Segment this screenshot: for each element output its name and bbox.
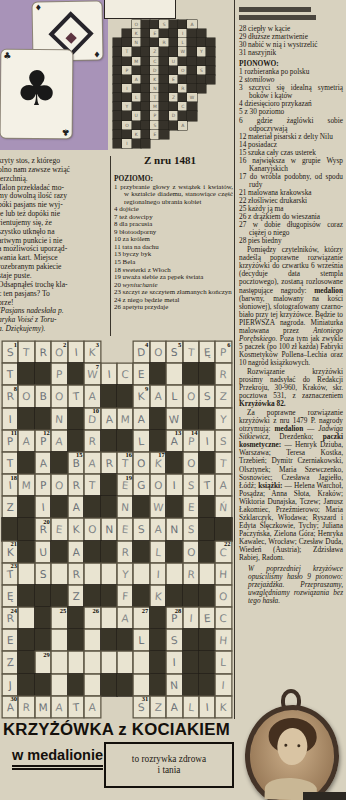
crossword-cell[interactable]: 2O [51, 341, 67, 363]
crossword-cell[interactable]: L [183, 696, 199, 718]
handwritten-letter: J [2, 673, 19, 697]
crossword-cell[interactable]: N [166, 674, 182, 696]
block-cell [101, 496, 117, 518]
crossword-cell[interactable]: 10D [84, 408, 100, 430]
crossword-cell[interactable]: 19E [117, 474, 133, 496]
crossword-cell[interactable]: Z [215, 385, 231, 407]
crossword-cell[interactable]: K [150, 585, 166, 607]
crossword-cell[interactable]: O [150, 474, 166, 496]
handwritten-letter: A [149, 385, 167, 409]
crossword-cell[interactable]: 3K [84, 341, 100, 363]
block-cell [199, 674, 215, 696]
crossword-cell[interactable]: P [35, 474, 51, 496]
crossword-cell[interactable]: S [133, 518, 149, 540]
handwritten-letter: B [67, 452, 84, 476]
mini-letter-cell: K [132, 130, 141, 139]
crossword-cell[interactable]: C [215, 607, 231, 629]
crossword-cell[interactable]: S [166, 629, 182, 651]
crossword-cell[interactable]: A [35, 452, 51, 474]
mini-void-cell [113, 20, 122, 29]
block-cell [51, 541, 67, 563]
crossword-cell[interactable]: L [133, 629, 149, 651]
handwritten-letter: A [50, 695, 68, 719]
handwritten-letter: N [116, 496, 134, 520]
crossword-cell[interactable]: H [215, 563, 231, 585]
crossword-cell[interactable]: Ę [2, 585, 18, 607]
crossword-cell[interactable] [166, 563, 182, 585]
mini-void-cell [197, 102, 206, 111]
mini-letter-cell: E [169, 75, 178, 84]
crossword-cell[interactable]: A [101, 408, 117, 430]
crossword-cell[interactable]: L [215, 651, 231, 673]
crossword-cell[interactable]: S [199, 385, 215, 407]
clue-number: 23 [114, 288, 121, 295]
handwritten-letter: P [215, 341, 233, 365]
handwritten-letter: A [100, 407, 118, 431]
crossword-cell[interactable]: O [133, 452, 149, 474]
crossword-cell[interactable]: T [215, 452, 231, 474]
handwritten-letter: M [116, 407, 134, 431]
handwritten-letter: O [133, 452, 150, 476]
crossword-cell[interactable]: T [18, 341, 34, 363]
block-cell [150, 629, 166, 651]
handwritten-letter: I [2, 407, 19, 431]
crossword-cell[interactable]: M [35, 696, 51, 718]
mini-block-cell [122, 57, 131, 66]
mini-block-cell [159, 75, 168, 84]
handwritten-letter: L [149, 540, 167, 564]
mini-block-cell [206, 75, 215, 84]
handwritten-letter: O [84, 518, 102, 542]
mini-void-cell [187, 130, 196, 139]
crossword-cell[interactable]: 1S [2, 341, 18, 363]
crossword-cell[interactable] [199, 563, 215, 585]
crossword-cell[interactable]: O [51, 385, 67, 407]
crossword-cell[interactable]: S [183, 518, 199, 540]
mini-letter-cell: M [132, 57, 141, 66]
crossword-cell[interactable]: Z [150, 696, 166, 718]
clue-item: 6 gdzie żaglówki sobie odpoczywają [239, 117, 343, 133]
crossword-cell[interactable]: A [68, 496, 84, 518]
crossword-cell[interactable]: I [183, 607, 199, 629]
handwritten-letter: T [18, 341, 36, 365]
crossword-cell[interactable]: 13A [166, 430, 182, 452]
block-cell [51, 496, 67, 518]
crossword-cell[interactable]: N [101, 518, 117, 540]
crossword-cell[interactable]: 12P [35, 430, 51, 452]
block-cell [150, 651, 166, 673]
crossword-cell[interactable] [18, 607, 34, 629]
mini-letter-cell: L [132, 93, 141, 102]
crossword-cell[interactable]: 26 [84, 607, 100, 629]
crossword-cell[interactable]: A [133, 408, 149, 430]
crossword-cell[interactable]: A [150, 385, 166, 407]
crossword-cell[interactable]: T [2, 363, 18, 385]
crossword-cell[interactable]: Y [117, 563, 133, 585]
handwritten-letter: K [67, 518, 85, 542]
handwritten-letter: E [133, 363, 150, 387]
handwritten-letter: E [2, 629, 19, 653]
mini-letter-cell: M [150, 102, 159, 111]
crossword-cell[interactable]: T [68, 385, 84, 407]
void-cell [101, 341, 117, 363]
crossword-cell[interactable] [84, 629, 100, 651]
mini-void-cell [187, 139, 196, 148]
crossword-cell[interactable]: 7W [84, 363, 100, 385]
handwritten-letter: T [116, 451, 134, 475]
crossword-cell[interactable]: A [117, 607, 133, 629]
mini-letter-cell: C [150, 57, 159, 66]
crossword-cell[interactable]: O [215, 585, 231, 607]
crossword-cell[interactable] [133, 563, 149, 585]
clue-text: szczyci się idealną symetrią boków i kąt… [243, 83, 343, 100]
crossword-cell[interactable]: C [117, 363, 133, 385]
handwritten-letter: T [67, 385, 85, 409]
mini-block-cell [197, 38, 206, 47]
block-cell [18, 496, 34, 518]
crossword-cell[interactable]: B [35, 385, 51, 407]
crossword-cell[interactable]: R [183, 563, 199, 585]
handwritten-letter: Ę [2, 585, 19, 609]
crossword-cell[interactable]: S [183, 474, 199, 496]
mini-block-cell [132, 84, 141, 93]
crossword-cell[interactable] [84, 563, 100, 585]
crossword-cell[interactable]: Z [2, 651, 18, 673]
block-cell [18, 651, 34, 673]
mini-block-cell [113, 93, 122, 102]
mini-letter-cell: E [150, 29, 159, 38]
mini-letter-cell: S [159, 20, 168, 29]
crossword-cell[interactable]: E [199, 607, 215, 629]
crossword-cell[interactable]: O [183, 385, 199, 407]
crossword-cell[interactable] [133, 674, 149, 696]
crossword-cell[interactable] [133, 651, 149, 673]
crossword-cell[interactable]: E [51, 518, 67, 540]
crossword-cell[interactable] [166, 363, 182, 385]
crossword-cell[interactable]: 23T [2, 563, 18, 585]
block-cell [84, 585, 100, 607]
clue-text: szczyt ze szczytem złamanych kończyn [121, 288, 232, 295]
mini-letter-cell: K [150, 75, 159, 84]
crossword-cell[interactable]: 15B [68, 452, 84, 474]
block-cell [199, 651, 215, 673]
mini-block-cell [178, 57, 187, 66]
crossword-cell[interactable]: T [68, 696, 84, 718]
mini-block-cell [141, 75, 150, 84]
crossword-cell[interactable]: E [117, 518, 133, 540]
crossword-cell[interactable]: G [133, 474, 149, 496]
mini-block-cell [159, 57, 168, 66]
club-pip-icon: ♣ [62, 127, 70, 136]
block-cell [117, 629, 133, 651]
crossword-cell[interactable]: 18I [2, 474, 18, 496]
clue-item: 19 uważa siebie za pępek świata [114, 273, 233, 281]
crossword-cell[interactable]: R [117, 541, 133, 563]
crossword-cell[interactable]: R [215, 363, 231, 385]
block-cell [51, 585, 67, 607]
crossword-cell[interactable]: O [150, 341, 166, 363]
crossword-cell[interactable]: I [199, 696, 215, 718]
block-cell [117, 674, 133, 696]
crossword-cell[interactable] [101, 607, 117, 629]
crossword-cell[interactable]: O [183, 541, 199, 563]
clue-text: dojście [117, 205, 138, 212]
crossword-cell[interactable]: 8R [2, 385, 18, 407]
crossword-cell[interactable]: K [68, 518, 84, 540]
crossword-cell[interactable] [51, 563, 67, 585]
crossword-cell[interactable]: H [215, 629, 231, 651]
crossword-cell[interactable] [51, 651, 67, 673]
crossword-cell[interactable]: 11P [2, 430, 18, 452]
crossword-cell[interactable]: I [68, 341, 84, 363]
paragraph: Pomiędzy czytelników, którzy nadeślą pop… [239, 246, 343, 367]
void-cell [101, 696, 117, 718]
mini-block-cell [169, 47, 178, 56]
block-cell [150, 607, 166, 629]
crossword-cell[interactable]: M [18, 474, 34, 496]
crossword-cell[interactable]: 28P [166, 607, 182, 629]
crossword-cell[interactable]: 14P [183, 430, 199, 452]
handwritten-letter: E [50, 518, 68, 542]
crossword-cell[interactable]: I [150, 563, 166, 585]
handwritten-letter: Z [2, 496, 19, 520]
clue-text: dla pracusia [117, 220, 152, 227]
crossword-cell[interactable]: P [51, 363, 67, 385]
crossword-cell[interactable]: O [51, 474, 67, 496]
handwritten-letter: Z [1, 651, 19, 675]
crossword-cell[interactable] [101, 651, 117, 673]
crossword-cell[interactable] [101, 563, 117, 585]
handwritten-letter: I [166, 474, 183, 498]
mini-block-cell [141, 130, 150, 139]
crossword-cell[interactable]: 31S [133, 696, 149, 718]
crossword-cell[interactable]: Z [68, 585, 84, 607]
crossword-cell[interactable] [18, 563, 34, 585]
crossword-cell[interactable]: R [35, 341, 51, 363]
crossword-cell[interactable]: A [84, 452, 100, 474]
crossword-cell[interactable]: W [150, 496, 166, 518]
handwritten-letter: R [34, 518, 51, 542]
crossword-cell[interactable]: E [133, 363, 149, 385]
mini-letter-cell: A [187, 20, 196, 29]
block-cell [150, 674, 166, 696]
handwritten-letter: A [166, 695, 183, 719]
crossword-cell[interactable] [117, 651, 133, 673]
clue-number: 13 [114, 250, 121, 257]
crossword-cell[interactable]: 16T [117, 452, 133, 474]
crossword-cell[interactable]: Ę [199, 341, 215, 363]
block-cell [101, 474, 117, 496]
crossword-cell[interactable]: A [51, 696, 67, 718]
void-cell [117, 341, 133, 363]
crossword-cell[interactable]: L [133, 430, 149, 452]
crossword-cell[interactable]: R [18, 696, 34, 718]
crossword-cell[interactable]: E [2, 629, 18, 651]
clue-item: 10 za królem [114, 235, 233, 243]
crossword-cell[interactable]: I [215, 674, 231, 696]
mini-block-cell [132, 139, 141, 148]
block-cell [2, 518, 18, 540]
mini-letter-cell: O [132, 20, 141, 29]
mini-block-cell [141, 29, 150, 38]
crossword-cell[interactable]: A [18, 430, 34, 452]
block-cell [68, 674, 84, 696]
mini-block-cell [113, 47, 122, 56]
crossword-cell[interactable]: Z [2, 496, 18, 518]
block-cell [51, 452, 67, 474]
crossword-cell[interactable] [84, 651, 100, 673]
crossword-cell[interactable] [51, 674, 67, 696]
crossword-cell[interactable]: A [84, 385, 100, 407]
block-cell [199, 363, 215, 385]
mini-block-cell [150, 20, 159, 29]
crossword-cell[interactable]: N [166, 518, 182, 540]
crossword-cell[interactable]: W [166, 408, 182, 430]
crossword-cell[interactable]: S [35, 563, 51, 585]
crossword-cell[interactable]: 20R [35, 518, 51, 540]
crossword-cell[interactable]: A [150, 518, 166, 540]
crossword-cell[interactable]: N [117, 496, 133, 518]
handwritten-letter: A [50, 429, 68, 453]
crossword-cell[interactable]: 5S [166, 341, 182, 363]
mini-solution-diagram: OSAKEINRLTZWYMCUPDOSAKEINRLTZWYMCUPDOSAK… [113, 20, 215, 148]
crossword-cell[interactable]: 17K [150, 452, 166, 474]
crossword-cell[interactable]: 29 [35, 651, 51, 673]
clue-text: gdzie żaglówki sobie odpoczywają [243, 116, 343, 133]
mini-block-cell [169, 102, 178, 111]
mini-block-cell [113, 130, 122, 139]
mini-block-cell [132, 121, 141, 130]
crossword-cell[interactable]: I [101, 363, 117, 385]
handwritten-letter: I [67, 340, 85, 364]
title-badge: w medalionie [12, 747, 103, 770]
crossword-cell[interactable]: T [2, 452, 18, 474]
clue-text: największa w grupie Wysp Kanaryjskich [246, 156, 343, 173]
handwritten-letter: A [84, 385, 102, 409]
block-cell [150, 363, 166, 385]
left-text-line: c ten pasjans? To [0, 290, 109, 299]
clue-text: uważa siebie za pępek świata [121, 273, 203, 280]
handwritten-letter: P [34, 429, 51, 453]
crossword-cell[interactable]: T [183, 341, 199, 363]
crossword-cell[interactable]: Ń [215, 496, 231, 518]
handwritten-letter: Z [149, 695, 167, 719]
crossword-cell[interactable]: T [199, 474, 215, 496]
crossword-cell[interactable]: R [101, 452, 117, 474]
handwritten-letter: O [50, 340, 68, 364]
crossword-cell[interactable]: R [68, 563, 84, 585]
crossword-cell[interactable]: A [215, 474, 231, 496]
crossword-cell[interactable]: U [35, 541, 51, 563]
block-cell [35, 629, 51, 651]
mini-void-cell [150, 139, 159, 148]
crossword-cell[interactable]: T [84, 474, 100, 496]
clue-item: 17 do wróbla podobny, od spodu rudy [239, 173, 343, 189]
crossword-cell[interactable]: L [150, 541, 166, 563]
crossword-cell[interactable]: J [2, 674, 18, 696]
crossword-cell[interactable]: O [84, 518, 100, 540]
handwritten-letter: P [51, 363, 69, 387]
mini-block-cell [206, 66, 215, 75]
clue-number: 10 [114, 235, 121, 242]
mini-block-cell [132, 102, 141, 111]
crossword-cell[interactable]: R [84, 430, 100, 452]
crossword-cell[interactable]: 24R [2, 607, 18, 629]
crossword-cell[interactable]: 21K [2, 541, 18, 563]
crossword-cell[interactable]: E [183, 496, 199, 518]
clue-item: 1 przybranie głowy z wstążek i kwiatów, … [114, 183, 233, 206]
clue-item: 4 dojście [114, 205, 233, 213]
mini-letter-cell: K [132, 29, 141, 38]
clue-text: byczy byk [121, 250, 151, 257]
mini-letter-cell: O [178, 66, 187, 75]
crossword-cell[interactable]: Y [215, 408, 231, 430]
crossword-cell[interactable]: M [117, 408, 133, 430]
crossword-cell[interactable]: I [199, 430, 215, 452]
crossword-cell[interactable]: 30A [2, 696, 18, 718]
crossword-cell[interactable]: I [2, 408, 18, 430]
crossword-cell[interactable] [51, 629, 67, 651]
mini-block-cell [197, 29, 206, 38]
crossword-cell[interactable]: K [215, 696, 231, 718]
handwritten-letter: A [166, 429, 183, 453]
crossword-cell[interactable]: 25 [51, 607, 67, 629]
handwritten-letter: A [18, 429, 36, 453]
block-cell [199, 452, 215, 474]
handwritten-letter: N [165, 673, 183, 697]
crossword-cell[interactable]: F [117, 585, 133, 607]
crossword-cell[interactable]: S [215, 430, 231, 452]
crossword-cell[interactable]: I [166, 651, 182, 673]
crossword-cell[interactable]: A [68, 541, 84, 563]
crossword-cell[interactable]: L [166, 385, 182, 407]
crossword-cell[interactable]: 27 [133, 607, 149, 629]
clue-item: 15 Bela [114, 258, 233, 266]
mini-block-cell [141, 20, 150, 29]
crossword-cell[interactable]: I [35, 496, 51, 518]
handwritten-letter: L [133, 629, 150, 653]
crossword-cell[interactable]: O [183, 452, 199, 474]
clue-item: 27 w dobie długopisów coraz ciężej o nie… [239, 221, 343, 237]
cropped-top-box [104, 0, 176, 19]
handwritten-letter: N [166, 518, 183, 542]
crossword-cell[interactable]: 4D [133, 341, 149, 363]
crossword-cell[interactable]: A [51, 430, 67, 452]
crossword-cell[interactable]: A [84, 696, 100, 718]
clue-number: 24 [114, 296, 121, 303]
crossword-cell[interactable]: A [166, 696, 182, 718]
mini-block-cell [159, 66, 168, 75]
crossword-cell[interactable]: R [68, 474, 84, 496]
crossword-cell[interactable]: O [18, 385, 34, 407]
block-cell [18, 408, 34, 430]
crossword-cell[interactable]: 6P [215, 341, 231, 363]
mini-letter-cell: Z [150, 47, 159, 56]
crossword-cell[interactable] [68, 651, 84, 673]
crossword-cell[interactable]: 22C [215, 541, 231, 563]
crossword-cell[interactable]: N [51, 408, 67, 430]
handwritten-letter: D [132, 340, 150, 364]
crossword-cell[interactable] [84, 674, 100, 696]
mini-block-cell [122, 38, 131, 47]
handwritten-letter: U [34, 540, 52, 564]
left-text-line: a. Dziękujemy). [0, 325, 109, 334]
crossword-cell[interactable]: I [166, 474, 182, 496]
clue-text: przybranie głowy z wstążek i kwiatów, w … [117, 183, 233, 205]
cropped-text-bar [239, 15, 316, 20]
crossword-cell[interactable]: 9K [133, 385, 149, 407]
handwritten-letter: O [215, 584, 233, 608]
